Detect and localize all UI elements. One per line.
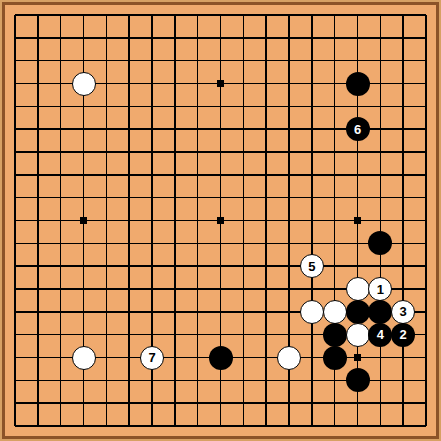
hoshi-point [80, 217, 87, 224]
stone-black [346, 300, 370, 324]
go-board: 6513427 [0, 0, 441, 441]
grid-line-horizontal [15, 243, 426, 245]
hoshi-point [217, 217, 224, 224]
stone-black [368, 300, 392, 324]
stone-black [368, 231, 392, 255]
grid-line-vertical [380, 15, 382, 426]
stone-white [323, 300, 347, 324]
stone-white [277, 346, 301, 370]
stone-black [323, 346, 347, 370]
hoshi-point [354, 217, 361, 224]
grid-line-horizontal [15, 402, 426, 404]
grid-line-vertical [243, 15, 245, 426]
grid-line-vertical [402, 15, 404, 426]
grid-line-vertical [265, 15, 267, 426]
go-board-playing-area: 6513427 [2, 2, 439, 439]
stone-white [72, 72, 96, 96]
hoshi-point [217, 80, 224, 87]
stone-white-move-1: 1 [368, 277, 392, 301]
stone-black-move-6: 6 [346, 117, 370, 141]
hoshi-point [354, 354, 361, 361]
stone-white [346, 277, 370, 301]
stone-black [346, 72, 370, 96]
stone-white-move-3: 3 [391, 300, 415, 324]
board-grid: 6513427 [15, 15, 426, 426]
stone-white [72, 346, 96, 370]
stone-black-move-2: 2 [391, 323, 415, 347]
grid-line-vertical [425, 15, 427, 426]
grid-line-horizontal [15, 425, 426, 427]
stone-black-move-4: 4 [368, 323, 392, 347]
stone-white [346, 323, 370, 347]
stone-white-move-7: 7 [140, 346, 164, 370]
stone-black [323, 323, 347, 347]
stone-white [300, 300, 324, 324]
stone-black [346, 368, 370, 392]
grid-line-horizontal [15, 265, 426, 267]
stone-white-move-5: 5 [300, 254, 324, 278]
grid-line-vertical [311, 15, 313, 426]
stone-black [209, 346, 233, 370]
